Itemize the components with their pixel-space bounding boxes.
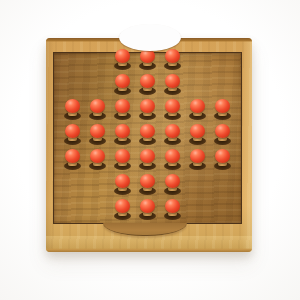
lid-finger-notch-top [119, 24, 181, 51]
peg[interactable] [190, 99, 205, 113]
hole-r7c4[interactable] [135, 200, 160, 225]
hole-r2c5[interactable] [160, 75, 185, 100]
peg[interactable] [165, 99, 180, 113]
peg[interactable] [90, 124, 105, 138]
peg[interactable] [165, 124, 180, 138]
lid-finger-scoop-bottom [103, 223, 187, 236]
hole-r1c5[interactable] [160, 50, 185, 75]
peg[interactable] [140, 174, 155, 188]
peg[interactable] [190, 149, 205, 163]
hole-r3c3[interactable] [110, 100, 135, 125]
peg[interactable] [140, 199, 155, 213]
hole-r4c7[interactable] [210, 125, 235, 150]
peg[interactable] [90, 149, 105, 163]
hole-r5c4[interactable] [135, 150, 160, 175]
hole-r5c5[interactable] [160, 150, 185, 175]
hole-r4c3[interactable] [110, 125, 135, 150]
hole-r2c3[interactable] [110, 75, 135, 100]
peg[interactable] [140, 74, 155, 88]
box-front-face [46, 236, 252, 248]
peg[interactable] [165, 199, 180, 213]
hole-r6c3[interactable] [110, 175, 135, 200]
hole-r3c6[interactable] [185, 100, 210, 125]
peg[interactable] [215, 149, 230, 163]
hole-r4c5[interactable] [160, 125, 185, 150]
solitaire-box [46, 38, 252, 252]
hole-r1c3[interactable] [110, 50, 135, 75]
box-bottom-edge [46, 248, 252, 252]
peg[interactable] [165, 174, 180, 188]
peg[interactable] [165, 49, 180, 63]
photo-background [0, 0, 300, 300]
hole-r3c4[interactable] [135, 100, 160, 125]
peg[interactable] [140, 99, 155, 113]
hole-r1c4[interactable] [135, 50, 160, 75]
hole-r6c4[interactable] [135, 175, 160, 200]
peg[interactable] [115, 199, 130, 213]
hole-r7c3[interactable] [110, 200, 135, 225]
peg[interactable] [140, 124, 155, 138]
peg[interactable] [115, 124, 130, 138]
hole-r7c5[interactable] [160, 200, 185, 225]
peg[interactable] [215, 124, 230, 138]
hole-r5c7[interactable] [210, 150, 235, 175]
peg-grid [60, 50, 235, 225]
peg[interactable] [140, 149, 155, 163]
hole-r6c5[interactable] [160, 175, 185, 200]
hole-r3c5[interactable] [160, 100, 185, 125]
hole-r5c6[interactable] [185, 150, 210, 175]
peg[interactable] [65, 124, 80, 138]
hole-r2c4[interactable] [135, 75, 160, 100]
hole-r3c1[interactable] [60, 100, 85, 125]
peg[interactable] [190, 124, 205, 138]
hole-r5c1[interactable] [60, 150, 85, 175]
hole-r4c2[interactable] [85, 125, 110, 150]
peg[interactable] [65, 149, 80, 163]
peg[interactable] [165, 149, 180, 163]
peg[interactable] [115, 49, 130, 63]
hole-r5c2[interactable] [85, 150, 110, 175]
board-surface [53, 52, 242, 224]
hole-r4c1[interactable] [60, 125, 85, 150]
hole-r5c3[interactable] [110, 150, 135, 175]
peg[interactable] [215, 99, 230, 113]
hole-r4c6[interactable] [185, 125, 210, 150]
hole-r3c7[interactable] [210, 100, 235, 125]
hole-r4c4[interactable] [135, 125, 160, 150]
peg[interactable] [65, 99, 80, 113]
peg[interactable] [115, 174, 130, 188]
peg[interactable] [90, 99, 105, 113]
hole-r3c2[interactable] [85, 100, 110, 125]
peg[interactable] [115, 99, 130, 113]
peg[interactable] [165, 74, 180, 88]
peg[interactable] [140, 49, 155, 63]
peg[interactable] [115, 74, 130, 88]
peg[interactable] [115, 149, 130, 163]
